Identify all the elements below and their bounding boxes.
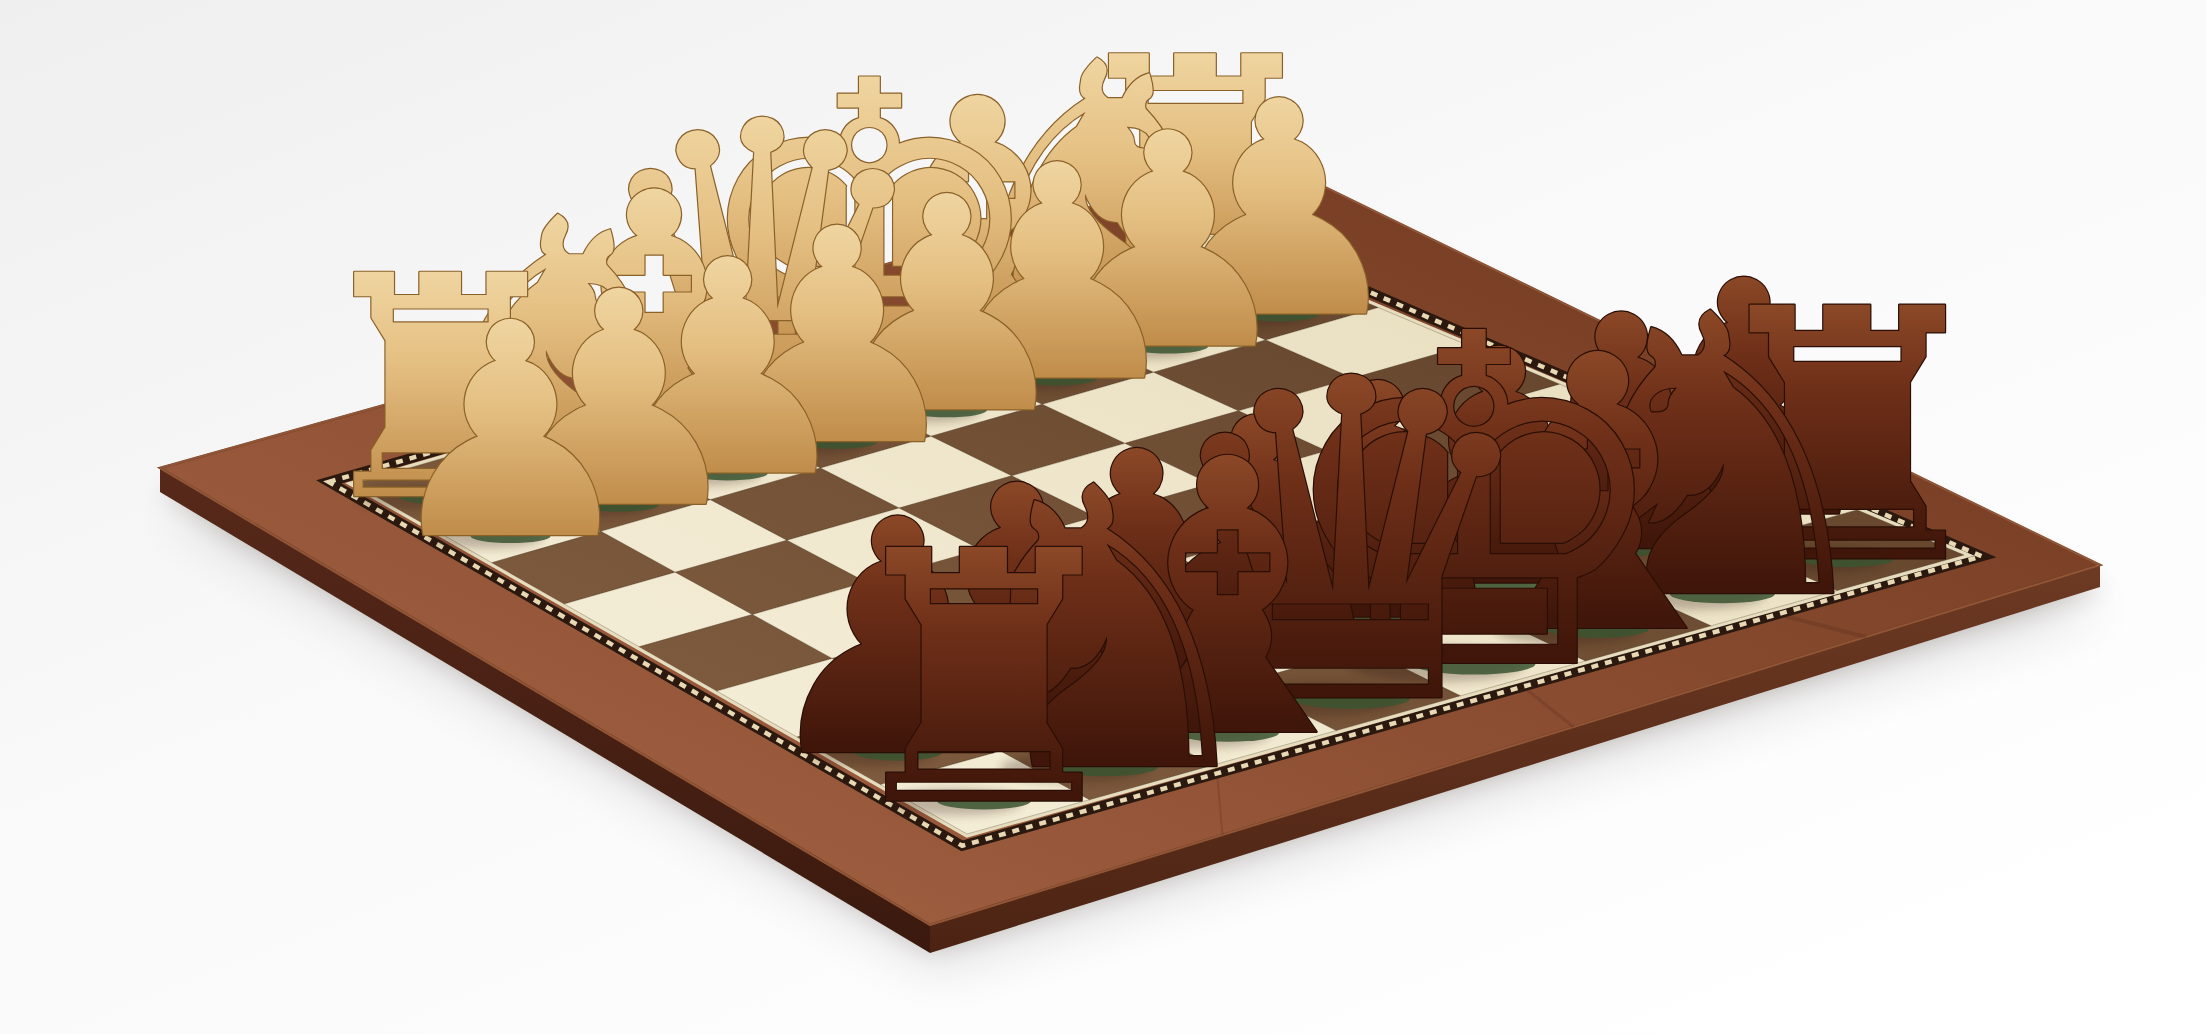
white-pawn-glyph: ♟ bbox=[378, 260, 643, 605]
chess-set-photo: ♜♞♟♝♟♚♟♛♟♝♟♞♟♜♟♟♟♟♜♟♞♟♝♟♚♟♛♟♝♟♞♜ bbox=[0, 0, 2206, 1034]
chess-board: ♜♞♟♝♟♚♟♛♟♝♟♞♟♜♟♟♟♟♜♟♞♟♝♟♚♟♛♟♝♟♞♜ bbox=[0, 0, 2206, 1034]
piece-white-pawn-a2[interactable]: ♟ bbox=[378, 260, 643, 605]
black-rook-glyph: ♜ bbox=[828, 478, 1139, 882]
piece-black-rook-a8[interactable]: ♜ bbox=[828, 478, 1139, 882]
